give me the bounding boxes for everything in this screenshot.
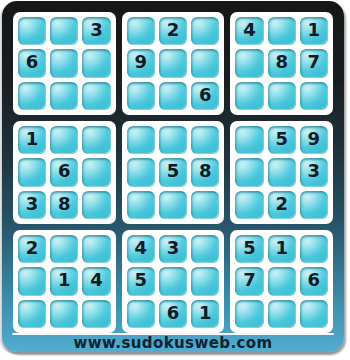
cell-r7c1[interactable]: 2 [18, 235, 46, 263]
cell-r1c8[interactable] [268, 17, 296, 45]
cell-r4c4[interactable] [127, 126, 155, 154]
sudoku-board-frame: 3629641871638585932214435615176 www.sudo… [2, 1, 344, 352]
cell-r4c7[interactable] [235, 126, 263, 154]
cell-r3c9[interactable] [300, 82, 328, 110]
given-digit: 8 [275, 53, 288, 71]
cell-r8c2[interactable]: 1 [50, 267, 78, 295]
given-digit: 1 [58, 271, 71, 289]
cell-r5c6[interactable]: 8 [191, 158, 219, 186]
cell-r3c2[interactable] [50, 82, 78, 110]
given-digit: 6 [167, 304, 180, 322]
cell-r9c5[interactable]: 6 [159, 300, 187, 328]
cell-r1c3[interactable]: 3 [82, 17, 110, 45]
cell-r2c5[interactable] [159, 49, 187, 77]
cell-r8c9[interactable]: 6 [300, 267, 328, 295]
cell-r9c7[interactable] [235, 300, 263, 328]
cell-r7c9[interactable] [300, 235, 328, 263]
given-digit: 9 [135, 53, 148, 71]
given-digit: 3 [26, 195, 39, 213]
given-digit: 2 [167, 21, 180, 39]
cell-r1c7[interactable]: 4 [235, 17, 263, 45]
cell-r5c9[interactable]: 3 [300, 158, 328, 186]
cell-r4c3[interactable] [82, 126, 110, 154]
cell-r5c8[interactable] [268, 158, 296, 186]
given-digit: 3 [308, 162, 321, 180]
cell-r5c7[interactable] [235, 158, 263, 186]
given-digit: 5 [135, 271, 148, 289]
cell-r3c7[interactable] [235, 82, 263, 110]
cell-r2c7[interactable] [235, 49, 263, 77]
given-digit: 3 [167, 239, 180, 257]
cell-r8c5[interactable] [159, 267, 187, 295]
cell-r2c2[interactable] [50, 49, 78, 77]
cell-r2c3[interactable] [82, 49, 110, 77]
cell-r6c5[interactable] [159, 191, 187, 219]
cell-r2c4[interactable]: 9 [127, 49, 155, 77]
given-digit: 1 [199, 304, 212, 322]
given-digit: 6 [199, 86, 212, 104]
cell-r2c8[interactable]: 8 [268, 49, 296, 77]
cell-r4c9[interactable]: 9 [300, 126, 328, 154]
cell-r5c1[interactable] [18, 158, 46, 186]
given-digit: 6 [308, 271, 321, 289]
cell-r1c1[interactable] [18, 17, 46, 45]
cell-r7c8[interactable]: 1 [268, 235, 296, 263]
box-2-1: 1638 [13, 121, 116, 224]
cell-r9c6[interactable]: 1 [191, 300, 219, 328]
given-digit: 7 [308, 53, 321, 71]
cell-r7c3[interactable] [82, 235, 110, 263]
cell-r6c6[interactable] [191, 191, 219, 219]
given-digit: 8 [58, 195, 71, 213]
box-3-1: 214 [13, 230, 116, 333]
given-digit: 1 [26, 130, 39, 148]
cell-r6c2[interactable]: 8 [50, 191, 78, 219]
given-digit: 9 [308, 130, 321, 148]
cell-r9c4[interactable] [127, 300, 155, 328]
cell-r7c5[interactable]: 3 [159, 235, 187, 263]
cell-r4c2[interactable] [50, 126, 78, 154]
cell-r5c4[interactable] [127, 158, 155, 186]
given-digit: 2 [275, 195, 288, 213]
given-digit: 3 [90, 21, 103, 39]
given-digit: 5 [167, 162, 180, 180]
sudoku-grid: 3629641871638585932214435615176 [13, 12, 333, 333]
cell-r9c9[interactable] [300, 300, 328, 328]
cell-r8c8[interactable] [268, 267, 296, 295]
given-digit: 4 [90, 271, 103, 289]
cell-r9c1[interactable] [18, 300, 46, 328]
cell-r9c8[interactable] [268, 300, 296, 328]
cell-r4c8[interactable]: 5 [268, 126, 296, 154]
cell-r5c3[interactable] [82, 158, 110, 186]
cell-r6c8[interactable]: 2 [268, 191, 296, 219]
box-2-2: 58 [122, 121, 225, 224]
given-digit: 4 [135, 239, 148, 257]
given-digit: 5 [243, 239, 256, 257]
cell-r7c7[interactable]: 5 [235, 235, 263, 263]
cell-r6c4[interactable] [127, 191, 155, 219]
box-1-3: 4187 [230, 12, 333, 115]
cell-r1c6[interactable] [191, 17, 219, 45]
given-digit: 2 [26, 239, 39, 257]
cell-r8c1[interactable] [18, 267, 46, 295]
given-digit: 8 [199, 162, 212, 180]
cell-r3c5[interactable] [159, 82, 187, 110]
cell-r7c2[interactable] [50, 235, 78, 263]
given-digit: 6 [26, 53, 39, 71]
cell-r8c7[interactable]: 7 [235, 267, 263, 295]
box-3-3: 5176 [230, 230, 333, 333]
cell-r3c1[interactable] [18, 82, 46, 110]
cell-r8c3[interactable]: 4 [82, 267, 110, 295]
cell-r1c4[interactable] [127, 17, 155, 45]
given-digit: 4 [243, 21, 256, 39]
cell-r6c7[interactable] [235, 191, 263, 219]
cell-r7c4[interactable]: 4 [127, 235, 155, 263]
cell-r6c9[interactable] [300, 191, 328, 219]
box-1-2: 296 [122, 12, 225, 115]
cell-r3c4[interactable] [127, 82, 155, 110]
cell-r1c9[interactable]: 1 [300, 17, 328, 45]
given-digit: 6 [58, 162, 71, 180]
cell-r1c2[interactable] [50, 17, 78, 45]
cell-r6c3[interactable] [82, 191, 110, 219]
box-3-2: 43561 [122, 230, 225, 333]
cell-r5c2[interactable]: 6 [50, 158, 78, 186]
cell-r3c6[interactable]: 6 [191, 82, 219, 110]
cell-r5c5[interactable]: 5 [159, 158, 187, 186]
cell-r6c1[interactable]: 3 [18, 191, 46, 219]
cell-r8c4[interactable]: 5 [127, 267, 155, 295]
cell-r4c6[interactable] [191, 126, 219, 154]
cell-r3c3[interactable] [82, 82, 110, 110]
cell-r4c1[interactable]: 1 [18, 126, 46, 154]
cell-r4c5[interactable] [159, 126, 187, 154]
cell-r7c6[interactable] [191, 235, 219, 263]
cell-r2c6[interactable] [191, 49, 219, 77]
given-digit: 7 [243, 271, 256, 289]
given-digit: 5 [275, 130, 288, 148]
cell-r8c6[interactable] [191, 267, 219, 295]
cell-r9c3[interactable] [82, 300, 110, 328]
site-url-link[interactable]: www.sudokusweb.com [73, 334, 272, 352]
given-digit: 1 [275, 239, 288, 257]
footer: www.sudokusweb.com [2, 335, 344, 351]
cell-r2c1[interactable]: 6 [18, 49, 46, 77]
box-2-3: 5932 [230, 121, 333, 224]
cell-r1c5[interactable]: 2 [159, 17, 187, 45]
cell-r2c9[interactable]: 7 [300, 49, 328, 77]
box-1-1: 36 [13, 12, 116, 115]
cell-r3c8[interactable] [268, 82, 296, 110]
given-digit: 1 [308, 21, 321, 39]
cell-r9c2[interactable] [50, 300, 78, 328]
